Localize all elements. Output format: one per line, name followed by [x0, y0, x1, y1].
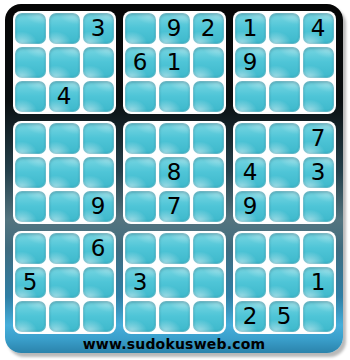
- cell-r3c9[interactable]: [303, 81, 334, 112]
- cell-r5c8[interactable]: [269, 157, 300, 188]
- cell-r7c5[interactable]: [159, 233, 190, 264]
- cell-r9c6[interactable]: [193, 301, 224, 332]
- cell-r4c5[interactable]: [159, 123, 190, 154]
- cell-r1c8[interactable]: [269, 13, 300, 44]
- cell-r1c7[interactable]: 1: [235, 13, 266, 44]
- cell-r6c7[interactable]: 9: [235, 191, 266, 222]
- cell-r3c7[interactable]: [235, 81, 266, 112]
- cell-r1c6[interactable]: 2: [193, 13, 224, 44]
- cell-r7c3[interactable]: 6: [83, 233, 114, 264]
- cell-r2c1[interactable]: [15, 47, 46, 78]
- cell-r7c9[interactable]: [303, 233, 334, 264]
- cell-r4c9[interactable]: 7: [303, 123, 334, 154]
- cell-r4c7[interactable]: [235, 123, 266, 154]
- cell-r1c9[interactable]: 4: [303, 13, 334, 44]
- cell-r6c8[interactable]: [269, 191, 300, 222]
- cell-r8c7[interactable]: [235, 267, 266, 298]
- cell-r1c4[interactable]: [125, 13, 156, 44]
- cell-r4c8[interactable]: [269, 123, 300, 154]
- cell-r7c2[interactable]: [49, 233, 80, 264]
- cell-r8c2[interactable]: [49, 267, 80, 298]
- cell-r1c1[interactable]: [15, 13, 46, 44]
- sudoku-board: 3492611499877439653125 www.sudokusweb.co…: [5, 4, 343, 353]
- cell-r9c7[interactable]: 2: [235, 301, 266, 332]
- cell-r9c5[interactable]: [159, 301, 190, 332]
- cell-r5c4[interactable]: [125, 157, 156, 188]
- cell-r6c2[interactable]: [49, 191, 80, 222]
- block-6: 7439: [233, 121, 336, 224]
- cell-r6c5[interactable]: 7: [159, 191, 190, 222]
- cell-r1c5[interactable]: 9: [159, 13, 190, 44]
- cell-r3c1[interactable]: [15, 81, 46, 112]
- cell-r3c8[interactable]: [269, 81, 300, 112]
- cell-r9c4[interactable]: [125, 301, 156, 332]
- cell-r6c4[interactable]: [125, 191, 156, 222]
- cell-r5c6[interactable]: [193, 157, 224, 188]
- cell-r2c8[interactable]: [269, 47, 300, 78]
- block-9: 125: [233, 231, 336, 334]
- block-3: 149: [233, 11, 336, 114]
- block-8: 3: [123, 231, 226, 334]
- cell-r2c7[interactable]: 9: [235, 47, 266, 78]
- cell-r4c6[interactable]: [193, 123, 224, 154]
- block-4: 9: [13, 121, 116, 224]
- cell-r5c3[interactable]: [83, 157, 114, 188]
- cell-r8c6[interactable]: [193, 267, 224, 298]
- cell-r9c1[interactable]: [15, 301, 46, 332]
- cell-r3c3[interactable]: [83, 81, 114, 112]
- cell-r5c7[interactable]: 4: [235, 157, 266, 188]
- cell-r8c5[interactable]: [159, 267, 190, 298]
- cell-r5c5[interactable]: 8: [159, 157, 190, 188]
- cell-r4c1[interactable]: [15, 123, 46, 154]
- cell-r5c9[interactable]: 3: [303, 157, 334, 188]
- cell-r8c8[interactable]: [269, 267, 300, 298]
- cell-r1c2[interactable]: [49, 13, 80, 44]
- sudoku-app: 3492611499877439653125 www.sudokusweb.co…: [0, 0, 350, 360]
- cell-r7c4[interactable]: [125, 233, 156, 264]
- cell-r1c3[interactable]: 3: [83, 13, 114, 44]
- cell-r2c6[interactable]: [193, 47, 224, 78]
- block-7: 65: [13, 231, 116, 334]
- cell-r6c9[interactable]: [303, 191, 334, 222]
- block-1: 34: [13, 11, 116, 114]
- cell-r3c6[interactable]: [193, 81, 224, 112]
- cell-r2c5[interactable]: 1: [159, 47, 190, 78]
- cell-r9c2[interactable]: [49, 301, 80, 332]
- cell-r4c3[interactable]: [83, 123, 114, 154]
- cell-r3c4[interactable]: [125, 81, 156, 112]
- cell-r7c8[interactable]: [269, 233, 300, 264]
- cell-r4c2[interactable]: [49, 123, 80, 154]
- cell-r9c8[interactable]: 5: [269, 301, 300, 332]
- cell-r2c2[interactable]: [49, 47, 80, 78]
- sudoku-grid: 3492611499877439653125: [12, 11, 336, 334]
- cell-r6c1[interactable]: [15, 191, 46, 222]
- cell-r8c9[interactable]: 1: [303, 267, 334, 298]
- footer-band: www.sudokusweb.com: [12, 334, 336, 353]
- block-5: 87: [123, 121, 226, 224]
- cell-r7c1[interactable]: [15, 233, 46, 264]
- cell-r5c1[interactable]: [15, 157, 46, 188]
- cell-r9c9[interactable]: [303, 301, 334, 332]
- cell-r5c2[interactable]: [49, 157, 80, 188]
- cell-r2c3[interactable]: [83, 47, 114, 78]
- cell-r3c5[interactable]: [159, 81, 190, 112]
- cell-r2c9[interactable]: [303, 47, 334, 78]
- cell-r9c3[interactable]: [83, 301, 114, 332]
- block-2: 9261: [123, 11, 226, 114]
- cell-r7c7[interactable]: [235, 233, 266, 264]
- cell-r4c4[interactable]: [125, 123, 156, 154]
- cell-r6c3[interactable]: 9: [83, 191, 114, 222]
- cell-r3c2[interactable]: 4: [49, 81, 80, 112]
- cell-r8c3[interactable]: [83, 267, 114, 298]
- cell-r8c1[interactable]: 5: [15, 267, 46, 298]
- cell-r6c6[interactable]: [193, 191, 224, 222]
- website-url: www.sudokusweb.com: [83, 336, 266, 352]
- cell-r7c6[interactable]: [193, 233, 224, 264]
- cell-r2c4[interactable]: 6: [125, 47, 156, 78]
- cell-r8c4[interactable]: 3: [125, 267, 156, 298]
